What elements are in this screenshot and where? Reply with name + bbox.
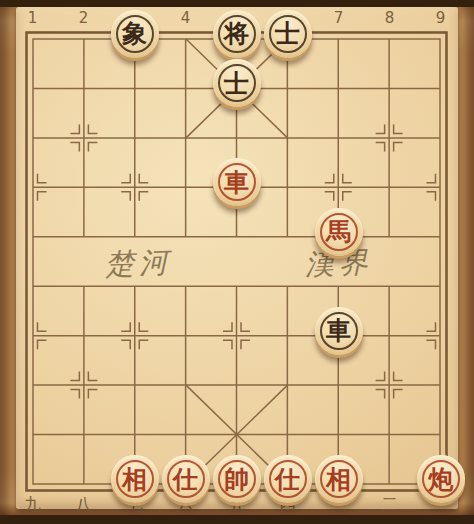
piece-character: 士: [275, 21, 300, 46]
piece-character: 相: [326, 467, 351, 492]
piece-character: 炮: [428, 467, 453, 492]
frame-top-edge: [0, 0, 474, 7]
piece-red-cannon[interactable]: 炮: [417, 455, 465, 503]
piece-character: 仕: [173, 467, 198, 492]
frame-bottom-edge: [0, 515, 474, 524]
piece-black-general[interactable]: 将: [213, 10, 261, 58]
piece-black-elephant[interactable]: 象: [111, 10, 159, 58]
piece-red-general[interactable]: 帥: [213, 455, 261, 503]
piece-character: 帥: [224, 467, 249, 492]
piece-black-chariot[interactable]: 車: [315, 307, 363, 355]
piece-character: 将: [224, 21, 249, 46]
piece-red-advisor[interactable]: 仕: [264, 455, 312, 503]
piece-character: 車: [224, 170, 249, 195]
piece-red-chariot[interactable]: 車: [213, 158, 261, 206]
piece-character: 車: [326, 318, 351, 343]
piece-red-elephant[interactable]: 相: [315, 455, 363, 503]
pieces-grid: 象将士士車馬車相仕帥仕相炮: [7, 14, 466, 509]
piece-black-advisor[interactable]: 士: [264, 10, 312, 58]
piece-red-horse[interactable]: 馬: [315, 208, 363, 256]
piece-character: 仕: [275, 467, 300, 492]
xiangqi-app-window: 123456789 九八七六五四三二一 楚河 漢界 象将士士車馬車相仕帥仕相炮: [0, 0, 474, 524]
piece-black-advisor[interactable]: 士: [213, 59, 261, 107]
piece-red-elephant[interactable]: 相: [111, 455, 159, 503]
piece-character: 相: [122, 467, 147, 492]
piece-character: 象: [122, 21, 147, 46]
piece-red-advisor[interactable]: 仕: [162, 455, 210, 503]
piece-character: 士: [224, 71, 249, 96]
piece-character: 馬: [326, 219, 351, 244]
